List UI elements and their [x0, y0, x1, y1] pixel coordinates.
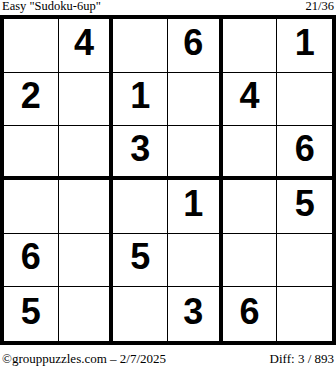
cell-r4c5[interactable]: [223, 180, 278, 234]
cell-r6c1[interactable]: 5: [4, 287, 59, 341]
cell-r5c2[interactable]: [59, 234, 114, 288]
cell-r2c2[interactable]: [59, 73, 114, 127]
cell-r2c5[interactable]: 4: [223, 73, 278, 127]
cell-r3c3[interactable]: 3: [113, 126, 168, 180]
cell-r6c2[interactable]: [59, 287, 114, 341]
cell-r4c1[interactable]: [4, 180, 59, 234]
page-header: Easy "Sudoku-6up" 21/36: [0, 0, 336, 15]
copyright-date: ©grouppuzzles.com – 2/7/2025: [2, 351, 166, 367]
cell-r1c6[interactable]: 1: [277, 19, 332, 73]
cell-r2c3[interactable]: 1: [113, 73, 168, 127]
cell-r3c5[interactable]: [223, 126, 278, 180]
cell-r1c5[interactable]: [223, 19, 278, 73]
cell-r4c4[interactable]: 1: [168, 180, 223, 234]
sudoku-board: 4 6 1 2 1 4 3 6 1 5 6 5 5 3 6: [0, 15, 336, 345]
sudoku-page: Easy "Sudoku-6up" 21/36 4 6 1 2 1 4 3 6 …: [0, 0, 336, 370]
cell-r6c6[interactable]: [277, 287, 332, 341]
cell-r3c6[interactable]: 6: [277, 126, 332, 180]
cell-r3c1[interactable]: [4, 126, 59, 180]
cell-r5c5[interactable]: [223, 234, 278, 288]
cell-r6c5[interactable]: 6: [223, 287, 278, 341]
puzzle-title: Easy "Sudoku-6up": [2, 0, 101, 13]
clue-counter: 21/36: [306, 0, 334, 13]
cell-r5c6[interactable]: [277, 234, 332, 288]
cell-r5c4[interactable]: [168, 234, 223, 288]
cell-r2c4[interactable]: [168, 73, 223, 127]
cell-r5c1[interactable]: 6: [4, 234, 59, 288]
cell-r1c4[interactable]: 6: [168, 19, 223, 73]
cell-r4c2[interactable]: [59, 180, 114, 234]
difficulty-label: Diff: 3 / 893: [270, 351, 334, 367]
page-footer: ©grouppuzzles.com – 2/7/2025 Diff: 3 / 8…: [0, 345, 336, 370]
cell-r2c1[interactable]: 2: [4, 73, 59, 127]
cell-r1c1[interactable]: [4, 19, 59, 73]
cell-r3c2[interactable]: [59, 126, 114, 180]
cell-r6c4[interactable]: 3: [168, 287, 223, 341]
cell-r1c2[interactable]: 4: [59, 19, 114, 73]
cell-r3c4[interactable]: [168, 126, 223, 180]
cell-r2c6[interactable]: [277, 73, 332, 127]
cell-r4c3[interactable]: [113, 180, 168, 234]
cell-r1c3[interactable]: [113, 19, 168, 73]
cell-r5c3[interactable]: 5: [113, 234, 168, 288]
cell-r4c6[interactable]: 5: [277, 180, 332, 234]
cell-r6c3[interactable]: [113, 287, 168, 341]
